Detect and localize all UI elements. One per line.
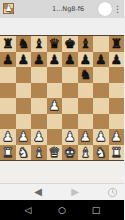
- square-e1[interactable]: ♚: [62, 145, 78, 161]
- square-h8[interactable]: ♜: [109, 36, 125, 52]
- black-pawn: ♟: [64, 52, 76, 68]
- square-b5[interactable]: [16, 83, 32, 99]
- square-c7[interactable]: ♟: [31, 52, 47, 68]
- square-g3[interactable]: [93, 114, 109, 130]
- square-g4[interactable]: [93, 98, 109, 114]
- chess-app-screen: ♟ 1...Ng8-f6 ⋮ ♜♞♝♛♚♝♜♟♟♟♟♟♟♟♟♞♟♟♟♟♟♟♟♟♜…: [0, 0, 124, 220]
- square-b1[interactable]: ♞: [16, 145, 32, 161]
- square-e2[interactable]: ♟: [62, 129, 78, 145]
- square-b2[interactable]: ♟: [16, 129, 32, 145]
- bottom-spacer: [0, 161, 124, 183]
- square-c6[interactable]: [31, 67, 47, 83]
- square-b4[interactable]: [16, 98, 32, 114]
- back-move-button[interactable]: ◀: [30, 184, 46, 200]
- square-g6[interactable]: [93, 67, 109, 83]
- white-pawn: ♟: [17, 129, 29, 145]
- white-pawn: ♟: [110, 129, 122, 145]
- square-d3[interactable]: [47, 114, 63, 130]
- white-to-move-indicator: [98, 2, 112, 16]
- black-rook: ♜: [110, 36, 122, 52]
- square-g5[interactable]: [93, 83, 109, 99]
- square-c5[interactable]: [31, 83, 47, 99]
- square-d4[interactable]: ♟: [47, 98, 63, 114]
- black-pawn: ♟: [110, 52, 122, 68]
- square-h4[interactable]: [109, 98, 125, 114]
- black-pawn: ♟: [33, 52, 45, 68]
- square-c3[interactable]: [31, 114, 47, 130]
- black-pawn: ♟: [79, 52, 91, 68]
- white-rook: ♜: [2, 145, 14, 161]
- white-pawn: ♟: [2, 129, 14, 145]
- square-a5[interactable]: [0, 83, 16, 99]
- square-b7[interactable]: ♟: [16, 52, 32, 68]
- square-e6[interactable]: [62, 67, 78, 83]
- square-e5[interactable]: [62, 83, 78, 99]
- square-e4[interactable]: [62, 98, 78, 114]
- app-top-bar: ♟ 1...Ng8-f6 ⋮: [0, 0, 124, 18]
- black-king: ♚: [64, 36, 76, 52]
- square-g8[interactable]: [93, 36, 109, 52]
- square-h5[interactable]: [109, 83, 125, 99]
- square-d7[interactable]: ♟: [47, 52, 63, 68]
- black-pawn: ♟: [17, 52, 29, 68]
- nav-home-button[interactable]: ○: [57, 200, 67, 220]
- white-bishop: ♝: [79, 145, 91, 161]
- square-h1[interactable]: ♜: [109, 145, 125, 161]
- square-f2[interactable]: ♟: [78, 129, 94, 145]
- square-h3[interactable]: [109, 114, 125, 130]
- nav-recents-button[interactable]: □: [91, 200, 101, 220]
- black-knight: ♞: [17, 36, 29, 52]
- square-e3[interactable]: [62, 114, 78, 130]
- square-a1[interactable]: ♜: [0, 145, 16, 161]
- square-b6[interactable]: [16, 67, 32, 83]
- black-pawn: ♟: [95, 52, 107, 68]
- black-knight: ♞: [79, 67, 91, 83]
- square-h7[interactable]: ♟: [109, 52, 125, 68]
- square-a8[interactable]: ♜: [0, 36, 16, 52]
- square-a7[interactable]: ♟: [0, 52, 16, 68]
- app-icon[interactable]: ♟: [3, 3, 14, 14]
- square-e7[interactable]: ♟: [62, 52, 78, 68]
- square-f7[interactable]: ♟: [78, 52, 94, 68]
- square-h2[interactable]: ♟: [109, 129, 125, 145]
- white-rook: ♜: [110, 145, 122, 161]
- square-d8[interactable]: ♛: [47, 36, 63, 52]
- square-d1[interactable]: ♛: [47, 145, 63, 161]
- square-a3[interactable]: [0, 114, 16, 130]
- square-f8[interactable]: ♝: [78, 36, 94, 52]
- overflow-menu-icon[interactable]: ⋮: [113, 3, 122, 15]
- black-bishop: ♝: [33, 36, 45, 52]
- move-controls: ◀ ▶: [0, 184, 124, 200]
- square-f5[interactable]: [78, 83, 94, 99]
- square-f6[interactable]: ♞: [78, 67, 94, 83]
- square-a6[interactable]: [0, 67, 16, 83]
- black-rook: ♜: [2, 36, 14, 52]
- app-icon-pawn: ♟: [5, 4, 12, 13]
- android-nav-bar: ◁ ○ □: [0, 200, 124, 220]
- square-f3[interactable]: [78, 114, 94, 130]
- square-h6[interactable]: [109, 67, 125, 83]
- white-pawn: ♟: [64, 129, 76, 145]
- square-g7[interactable]: ♟: [93, 52, 109, 68]
- white-pawn: ♟: [95, 129, 107, 145]
- clock-icon[interactable]: [104, 187, 120, 198]
- white-knight: ♞: [95, 145, 107, 161]
- square-a4[interactable]: [0, 98, 16, 114]
- white-pawn: ♟: [79, 129, 91, 145]
- square-g2[interactable]: ♟: [93, 129, 109, 145]
- square-c2[interactable]: ♟: [31, 129, 47, 145]
- white-pawn: ♟: [33, 129, 45, 145]
- top-spacer: [0, 18, 124, 35]
- square-e8[interactable]: ♚: [62, 36, 78, 52]
- nav-back-button[interactable]: ◁: [23, 200, 33, 220]
- white-pawn: ♟: [48, 98, 60, 114]
- square-f4[interactable]: [78, 98, 94, 114]
- square-f1[interactable]: ♝: [78, 145, 94, 161]
- white-knight: ♞: [17, 145, 29, 161]
- square-b8[interactable]: ♞: [16, 36, 32, 52]
- white-queen: ♛: [48, 145, 60, 161]
- square-c4[interactable]: [31, 98, 47, 114]
- last-move-text: 1...Ng8-f6: [52, 5, 84, 13]
- square-d5[interactable]: [47, 83, 63, 99]
- square-d6[interactable]: [47, 67, 63, 83]
- square-c8[interactable]: ♝: [31, 36, 47, 52]
- black-bishop: ♝: [79, 36, 91, 52]
- square-d2[interactable]: [47, 129, 63, 145]
- white-king: ♚: [64, 145, 76, 161]
- square-b3[interactable]: [16, 114, 32, 130]
- black-queen: ♛: [48, 36, 60, 52]
- square-g1[interactable]: ♞: [93, 145, 109, 161]
- white-bishop: ♝: [33, 145, 45, 161]
- black-pawn: ♟: [2, 52, 14, 68]
- square-c1[interactable]: ♝: [31, 145, 47, 161]
- forward-move-button[interactable]: ▶: [67, 184, 83, 200]
- black-pawn: ♟: [48, 52, 60, 68]
- chess-board: ♜♞♝♛♚♝♜♟♟♟♟♟♟♟♟♞♟♟♟♟♟♟♟♟♜♞♝♛♚♝♞♜: [0, 35, 124, 161]
- square-a2[interactable]: ♟: [0, 129, 16, 145]
